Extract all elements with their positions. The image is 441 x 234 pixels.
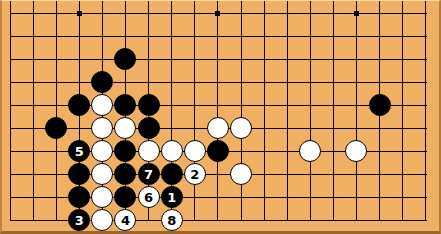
stone-white-q4 xyxy=(345,140,367,162)
stone-black-d4-move-5: 5 xyxy=(68,140,90,162)
stone-black-h3 xyxy=(161,163,183,185)
stone-black-f4 xyxy=(114,140,136,162)
stone-white-l3 xyxy=(230,163,252,185)
stone-white-k5 xyxy=(207,117,229,139)
stone-black-d2 xyxy=(68,186,90,208)
stone-white-e4 xyxy=(91,140,113,162)
stone-white-j3-move-2: 2 xyxy=(184,163,206,185)
stone-black-k4 xyxy=(207,140,229,162)
stone-black-g6 xyxy=(138,94,160,116)
stone-white-e5 xyxy=(91,117,113,139)
stone-black-g5 xyxy=(138,117,160,139)
go-board: 57261348 xyxy=(0,0,441,234)
stone-black-d1-move-3: 3 xyxy=(68,209,90,231)
stone-black-h2-move-1: 1 xyxy=(161,186,183,208)
stone-white-e1 xyxy=(91,209,113,231)
stone-white-h1-move-8: 8 xyxy=(161,209,183,231)
stone-black-f3 xyxy=(114,163,136,185)
stone-black-f2 xyxy=(114,186,136,208)
stone-white-f5 xyxy=(114,117,136,139)
stone-white-e2 xyxy=(91,186,113,208)
stones-layer: 57261348 xyxy=(0,2,437,232)
stone-white-e3 xyxy=(91,163,113,185)
stone-white-f1-move-4: 4 xyxy=(114,209,136,231)
stone-white-e6 xyxy=(91,94,113,116)
stone-black-d3 xyxy=(68,163,90,185)
stone-white-g4 xyxy=(138,140,160,162)
stone-white-l5 xyxy=(230,117,252,139)
stone-black-d6 xyxy=(68,94,90,116)
stone-black-f8 xyxy=(114,48,136,70)
stone-black-c5 xyxy=(45,117,67,139)
stone-black-g3-move-7: 7 xyxy=(138,163,160,185)
stone-white-o4 xyxy=(299,140,321,162)
stone-black-f6 xyxy=(114,94,136,116)
stone-black-e7 xyxy=(91,71,113,93)
stone-white-h4 xyxy=(161,140,183,162)
stone-black-r6 xyxy=(369,94,391,116)
stone-white-g2-move-6: 6 xyxy=(138,186,160,208)
stone-white-j4 xyxy=(184,140,206,162)
